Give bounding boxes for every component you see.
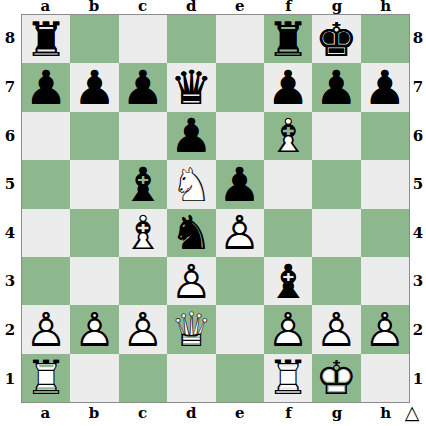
file-label: c	[118, 0, 167, 14]
white-bishop[interactable]: ♝♗	[119, 209, 167, 257]
rank-label: 8	[410, 14, 426, 63]
square-f2[interactable]: ♟♙	[264, 305, 312, 353]
square-h3[interactable]	[361, 257, 409, 305]
square-d8[interactable]	[167, 15, 215, 63]
square-c5[interactable]: ♝♝	[119, 160, 167, 208]
black-bishop[interactable]: ♝♝	[264, 257, 312, 305]
white-pawn[interactable]: ♟♙	[119, 305, 167, 353]
file-labels-bottom: a b c d e f g h	[21, 403, 410, 426]
piece-outline: ♗	[264, 112, 312, 160]
piece-outline: ♔	[312, 354, 360, 402]
file-label: a	[21, 403, 70, 426]
white-pawn[interactable]: ♟♙	[361, 305, 409, 353]
square-e8[interactable]	[216, 15, 264, 63]
square-h6[interactable]	[361, 112, 409, 160]
piece-outline: ♙	[22, 305, 70, 353]
black-pawn[interactable]: ♟♟	[216, 160, 264, 208]
rank-label: 6	[410, 111, 426, 160]
piece-outline: ♗	[119, 209, 167, 257]
black-king[interactable]: ♚♚	[312, 15, 360, 63]
piece-outline: ♙	[312, 305, 360, 353]
white-rook[interactable]: ♜♖	[264, 354, 312, 402]
rank-label: 5	[0, 160, 20, 209]
piece-outline: ♛	[167, 63, 215, 111]
file-label: d	[167, 403, 216, 426]
file-label: e	[216, 403, 265, 426]
black-rook[interactable]: ♜♜	[22, 15, 70, 63]
square-b3[interactable]	[70, 257, 118, 305]
file-label: b	[70, 403, 119, 426]
square-d4[interactable]: ♞♞	[167, 209, 215, 257]
rank-label: 2	[410, 306, 426, 355]
black-queen[interactable]: ♛♛	[167, 63, 215, 111]
rank-label: 2	[0, 306, 20, 355]
file-label: c	[118, 403, 167, 426]
piece-outline: ♟	[264, 63, 312, 111]
square-g3[interactable]	[312, 257, 360, 305]
square-e3[interactable]	[216, 257, 264, 305]
white-to-move-indicator: △	[400, 399, 424, 423]
square-f7[interactable]: ♟♟	[264, 63, 312, 111]
piece-outline: ♟	[361, 63, 409, 111]
square-b4[interactable]	[70, 209, 118, 257]
rank-label: 1	[0, 354, 20, 403]
square-f4[interactable]	[264, 209, 312, 257]
square-e1[interactable]	[216, 354, 264, 402]
square-f6[interactable]: ♝♗	[264, 112, 312, 160]
white-pawn[interactable]: ♟♙	[22, 305, 70, 353]
black-pawn[interactable]: ♟♟	[22, 63, 70, 111]
rank-label: 3	[0, 257, 20, 306]
chess-diagram: a b c d e f g h 8 7 6 5 4 3 2 1 ♜♜♜♜♚♚♟♟…	[0, 0, 426, 426]
white-knight[interactable]: ♞♘	[167, 160, 215, 208]
piece-outline: ♟	[22, 63, 70, 111]
piece-outline: ♚	[312, 15, 360, 63]
file-label: f	[264, 403, 313, 426]
square-d6[interactable]: ♟♟	[167, 112, 215, 160]
square-h2[interactable]: ♟♙	[361, 305, 409, 353]
black-pawn[interactable]: ♟♟	[361, 63, 409, 111]
piece-outline: ♟	[216, 160, 264, 208]
rank-label: 8	[0, 14, 20, 63]
square-c6[interactable]	[119, 112, 167, 160]
square-a7[interactable]: ♟♟	[22, 63, 70, 111]
square-d1[interactable]	[167, 354, 215, 402]
rank-labels-right: 8 7 6 5 4 3 2 1	[410, 14, 426, 403]
square-e7[interactable]	[216, 63, 264, 111]
piece-outline: ♟	[312, 63, 360, 111]
piece-outline: ♝	[119, 160, 167, 208]
square-a1[interactable]: ♜♖	[22, 354, 70, 402]
white-pawn[interactable]: ♟♙	[312, 305, 360, 353]
square-a6[interactable]	[22, 112, 70, 160]
piece-outline: ♟	[119, 63, 167, 111]
square-a3[interactable]	[22, 257, 70, 305]
piece-outline: ♙	[167, 257, 215, 305]
square-g8[interactable]: ♚♚	[312, 15, 360, 63]
square-c1[interactable]	[119, 354, 167, 402]
piece-outline: ♜	[264, 15, 312, 63]
square-d7[interactable]: ♛♛	[167, 63, 215, 111]
square-g4[interactable]	[312, 209, 360, 257]
square-d3[interactable]: ♟♙	[167, 257, 215, 305]
square-e6[interactable]	[216, 112, 264, 160]
black-pawn[interactable]: ♟♟	[70, 63, 118, 111]
square-h1[interactable]	[361, 354, 409, 402]
square-g2[interactable]: ♟♙	[312, 305, 360, 353]
square-f5[interactable]	[264, 160, 312, 208]
piece-outline: ♕	[167, 305, 215, 353]
square-b2[interactable]: ♟♙	[70, 305, 118, 353]
square-b8[interactable]	[70, 15, 118, 63]
piece-outline: ♙	[119, 305, 167, 353]
square-d5[interactable]: ♞♘	[167, 160, 215, 208]
file-label: h	[361, 0, 410, 14]
square-b6[interactable]	[70, 112, 118, 160]
square-a4[interactable]	[22, 209, 70, 257]
black-rook[interactable]: ♜♜	[264, 15, 312, 63]
piece-outline: ♝	[264, 257, 312, 305]
piece-outline: ♙	[70, 305, 118, 353]
piece-outline: ♖	[264, 354, 312, 402]
square-f3[interactable]: ♝♝	[264, 257, 312, 305]
square-g1[interactable]: ♚♔	[312, 354, 360, 402]
rank-label: 6	[0, 111, 20, 160]
piece-outline: ♙	[264, 305, 312, 353]
rank-label: 4	[410, 209, 426, 258]
square-e4[interactable]: ♟♙	[216, 209, 264, 257]
piece-outline: ♞	[167, 209, 215, 257]
file-label: b	[70, 0, 119, 14]
rank-label: 4	[0, 209, 20, 258]
black-bishop[interactable]: ♝♝	[119, 160, 167, 208]
square-b1[interactable]	[70, 354, 118, 402]
black-pawn[interactable]: ♟♟	[167, 112, 215, 160]
white-pawn[interactable]: ♟♙	[264, 305, 312, 353]
square-c7[interactable]: ♟♟	[119, 63, 167, 111]
piece-outline: ♙	[361, 305, 409, 353]
black-knight[interactable]: ♞♞	[167, 209, 215, 257]
piece-outline: ♟	[70, 63, 118, 111]
square-h5[interactable]	[361, 160, 409, 208]
file-label: d	[167, 0, 216, 14]
white-bishop[interactable]: ♝♗	[264, 112, 312, 160]
square-c4[interactable]: ♝♗	[119, 209, 167, 257]
square-b5[interactable]	[70, 160, 118, 208]
square-h8[interactable]	[361, 15, 409, 63]
chess-board[interactable]: ♜♜♜♜♚♚♟♟♟♟♟♟♛♛♟♟♟♟♟♟♟♟♝♗♝♝♞♘♟♟♝♗♞♞♟♙♟♙♝♝…	[21, 14, 410, 403]
square-h4[interactable]	[361, 209, 409, 257]
square-d2[interactable]: ♛♕	[167, 305, 215, 353]
square-a8[interactable]: ♜♜	[22, 15, 70, 63]
square-f8[interactable]: ♜♜	[264, 15, 312, 63]
rank-label: 7	[0, 63, 20, 112]
square-a2[interactable]: ♟♙	[22, 305, 70, 353]
file-label: e	[216, 0, 265, 14]
square-g5[interactable]	[312, 160, 360, 208]
white-queen[interactable]: ♛♕	[167, 305, 215, 353]
white-rook[interactable]: ♜♖	[22, 354, 70, 402]
piece-outline: ♜	[22, 15, 70, 63]
black-pawn[interactable]: ♟♟	[312, 63, 360, 111]
rank-label: 3	[410, 257, 426, 306]
square-a5[interactable]	[22, 160, 70, 208]
rank-labels-left: 8 7 6 5 4 3 2 1	[0, 14, 20, 403]
rank-label: 5	[410, 160, 426, 209]
square-h7[interactable]: ♟♟	[361, 63, 409, 111]
piece-outline: ♘	[167, 160, 215, 208]
white-pawn[interactable]: ♟♙	[216, 209, 264, 257]
rank-label: 1	[410, 354, 426, 403]
piece-outline: ♟	[167, 112, 215, 160]
square-e2[interactable]	[216, 305, 264, 353]
square-c3[interactable]	[119, 257, 167, 305]
piece-outline: ♖	[22, 354, 70, 402]
square-f1[interactable]: ♜♖	[264, 354, 312, 402]
square-g6[interactable]	[312, 112, 360, 160]
file-label: g	[313, 403, 362, 426]
square-b7[interactable]: ♟♟	[70, 63, 118, 111]
black-pawn[interactable]: ♟♟	[119, 63, 167, 111]
white-king[interactable]: ♚♔	[312, 354, 360, 402]
white-pawn[interactable]: ♟♙	[70, 305, 118, 353]
square-e5[interactable]: ♟♟	[216, 160, 264, 208]
white-pawn[interactable]: ♟♙	[167, 257, 215, 305]
square-c2[interactable]: ♟♙	[119, 305, 167, 353]
square-g7[interactable]: ♟♟	[312, 63, 360, 111]
black-pawn[interactable]: ♟♟	[264, 63, 312, 111]
square-c8[interactable]	[119, 15, 167, 63]
piece-outline: ♙	[216, 209, 264, 257]
rank-label: 7	[410, 63, 426, 112]
